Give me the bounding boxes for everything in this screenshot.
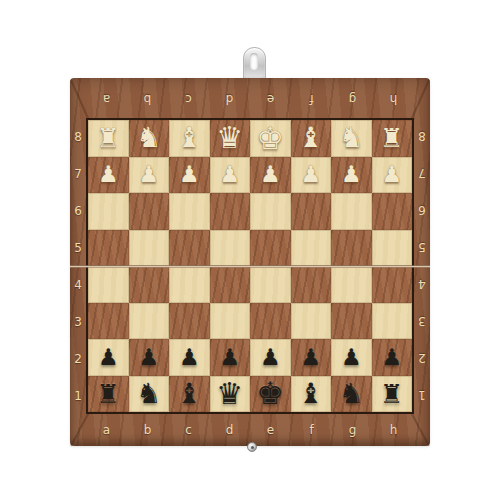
- piece-black-bishop-f1: ♝: [298, 380, 323, 408]
- piece-white-pawn-e7: ♟: [260, 163, 281, 186]
- file-label-top-h: h: [373, 86, 414, 112]
- file-label-bottom-a: a: [86, 418, 127, 442]
- square-h6[interactable]: [372, 193, 413, 230]
- square-c2[interactable]: ♟: [169, 339, 210, 376]
- top-clasp-hole: [250, 53, 258, 70]
- rank-label-right-1: 1: [414, 377, 430, 414]
- file-label-bottom-h: h: [373, 418, 414, 442]
- piece-black-rook-h1: ♜: [380, 381, 403, 407]
- chess-board: abcdefgh abcdefgh 87654321 87654321 ♜♞♝♛…: [70, 78, 430, 446]
- piece-black-pawn-h2: ♟: [381, 346, 402, 369]
- square-f7[interactable]: ♟: [291, 157, 332, 194]
- file-label-bottom-b: b: [127, 418, 168, 442]
- square-h4[interactable]: [372, 266, 413, 303]
- rank-label-right-3: 3: [414, 303, 430, 340]
- piece-black-pawn-e2: ♟: [260, 346, 281, 369]
- square-d2[interactable]: ♟: [210, 339, 251, 376]
- rank-label-right-8: 8: [414, 118, 430, 155]
- square-d8[interactable]: ♛: [210, 120, 251, 157]
- square-e3[interactable]: [250, 303, 291, 340]
- piece-white-rook-h8: ♜: [380, 125, 403, 151]
- square-b1[interactable]: ♞: [129, 376, 170, 413]
- rank-label-left-5: 5: [70, 229, 86, 266]
- square-d4[interactable]: [210, 266, 251, 303]
- square-h5[interactable]: [372, 230, 413, 267]
- square-a5[interactable]: [88, 230, 129, 267]
- square-b7[interactable]: ♟: [129, 157, 170, 194]
- product-photo: abcdefgh abcdefgh 87654321 87654321 ♜♞♝♛…: [0, 0, 500, 500]
- piece-white-pawn-g7: ♟: [341, 163, 362, 186]
- square-a8[interactable]: ♜: [88, 120, 129, 157]
- piece-white-king-e8: ♚: [256, 123, 284, 154]
- top-clasp: [243, 47, 266, 82]
- square-a3[interactable]: [88, 303, 129, 340]
- square-e4[interactable]: [250, 266, 291, 303]
- piece-black-pawn-f2: ♟: [300, 346, 321, 369]
- square-g4[interactable]: [331, 266, 372, 303]
- piece-white-bishop-f8: ♝: [298, 124, 323, 152]
- piece-white-queen-d8: ♛: [216, 123, 243, 153]
- file-labels-bottom: abcdefgh: [86, 418, 414, 442]
- square-e2[interactable]: ♟: [250, 339, 291, 376]
- piece-black-pawn-a2: ♟: [98, 346, 119, 369]
- square-f1[interactable]: ♝: [291, 376, 332, 413]
- square-b6[interactable]: [129, 193, 170, 230]
- square-f4[interactable]: [291, 266, 332, 303]
- rank-label-left-4: 4: [70, 266, 86, 303]
- square-c7[interactable]: ♟: [169, 157, 210, 194]
- file-label-top-e: e: [250, 86, 291, 112]
- piece-black-rook-a1: ♜: [97, 381, 120, 407]
- rank-label-left-3: 3: [70, 303, 86, 340]
- square-b3[interactable]: [129, 303, 170, 340]
- piece-black-king-e1: ♚: [256, 378, 284, 409]
- piece-white-pawn-b7: ♟: [138, 163, 159, 186]
- file-label-top-a: a: [86, 86, 127, 112]
- piece-white-knight-b8: ♞: [136, 124, 161, 152]
- file-labels-top: abcdefgh: [86, 86, 414, 112]
- square-c6[interactable]: [169, 193, 210, 230]
- square-b2[interactable]: ♟: [129, 339, 170, 376]
- rank-label-left-8: 8: [70, 118, 86, 155]
- rank-label-left-7: 7: [70, 155, 86, 192]
- piece-white-pawn-a7: ♟: [98, 163, 119, 186]
- fold-seam: [70, 265, 430, 268]
- file-label-top-f: f: [291, 86, 332, 112]
- file-label-top-g: g: [332, 86, 373, 112]
- square-f2[interactable]: ♟: [291, 339, 332, 376]
- square-e5[interactable]: [250, 230, 291, 267]
- piece-white-pawn-c7: ♟: [179, 163, 200, 186]
- rank-label-left-1: 1: [70, 377, 86, 414]
- square-d1[interactable]: ♛: [210, 376, 251, 413]
- square-g2[interactable]: ♟: [331, 339, 372, 376]
- square-a6[interactable]: [88, 193, 129, 230]
- rank-label-right-6: 6: [414, 192, 430, 229]
- piece-white-knight-g8: ♞: [339, 124, 364, 152]
- square-h7[interactable]: ♟: [372, 157, 413, 194]
- square-h8[interactable]: ♜: [372, 120, 413, 157]
- square-f6[interactable]: [291, 193, 332, 230]
- square-c4[interactable]: [169, 266, 210, 303]
- rank-label-left-6: 6: [70, 192, 86, 229]
- square-b5[interactable]: [129, 230, 170, 267]
- square-e8[interactable]: ♚: [250, 120, 291, 157]
- piece-white-pawn-d7: ♟: [219, 163, 240, 186]
- rank-label-right-2: 2: [414, 340, 430, 377]
- square-a4[interactable]: [88, 266, 129, 303]
- square-a7[interactable]: ♟: [88, 157, 129, 194]
- square-b4[interactable]: [129, 266, 170, 303]
- square-c3[interactable]: [169, 303, 210, 340]
- square-f8[interactable]: ♝: [291, 120, 332, 157]
- square-f5[interactable]: [291, 230, 332, 267]
- file-label-bottom-f: f: [291, 418, 332, 442]
- square-g3[interactable]: [331, 303, 372, 340]
- piece-white-rook-a8: ♜: [97, 125, 120, 151]
- square-a2[interactable]: ♟: [88, 339, 129, 376]
- square-a1[interactable]: ♜: [88, 376, 129, 413]
- square-d5[interactable]: [210, 230, 251, 267]
- square-f3[interactable]: [291, 303, 332, 340]
- square-d3[interactable]: [210, 303, 251, 340]
- piece-black-knight-b1: ♞: [136, 380, 161, 408]
- rank-label-right-7: 7: [414, 155, 430, 192]
- square-h2[interactable]: ♟: [372, 339, 413, 376]
- bottom-latch-knob: [247, 442, 257, 452]
- piece-black-pawn-b2: ♟: [138, 346, 159, 369]
- rank-label-right-5: 5: [414, 229, 430, 266]
- square-e7[interactable]: ♟: [250, 157, 291, 194]
- file-label-top-c: c: [168, 86, 209, 112]
- piece-white-pawn-h7: ♟: [381, 163, 402, 186]
- file-label-bottom-c: c: [168, 418, 209, 442]
- square-g6[interactable]: [331, 193, 372, 230]
- square-b8[interactable]: ♞: [129, 120, 170, 157]
- piece-black-pawn-g2: ♟: [341, 346, 362, 369]
- square-e6[interactable]: [250, 193, 291, 230]
- piece-white-bishop-c8: ♝: [177, 124, 202, 152]
- square-c1[interactable]: ♝: [169, 376, 210, 413]
- square-g5[interactable]: [331, 230, 372, 267]
- square-g7[interactable]: ♟: [331, 157, 372, 194]
- square-c5[interactable]: [169, 230, 210, 267]
- piece-black-bishop-c1: ♝: [177, 380, 202, 408]
- square-g8[interactable]: ♞: [331, 120, 372, 157]
- piece-black-queen-d1: ♛: [216, 379, 243, 409]
- piece-black-pawn-d2: ♟: [219, 346, 240, 369]
- piece-black-knight-g1: ♞: [339, 380, 364, 408]
- square-h3[interactable]: [372, 303, 413, 340]
- square-g1[interactable]: ♞: [331, 376, 372, 413]
- piece-black-pawn-c2: ♟: [179, 346, 200, 369]
- square-d6[interactable]: [210, 193, 251, 230]
- rank-label-left-2: 2: [70, 340, 86, 377]
- square-c8[interactable]: ♝: [169, 120, 210, 157]
- square-d7[interactable]: ♟: [210, 157, 251, 194]
- square-e1[interactable]: ♚: [250, 376, 291, 413]
- file-label-top-d: d: [209, 86, 250, 112]
- rank-label-right-4: 4: [414, 266, 430, 303]
- file-label-bottom-g: g: [332, 418, 373, 442]
- piece-white-pawn-f7: ♟: [300, 163, 321, 186]
- file-label-top-b: b: [127, 86, 168, 112]
- square-h1[interactable]: ♜: [372, 376, 413, 413]
- file-label-bottom-e: e: [250, 418, 291, 442]
- file-label-bottom-d: d: [209, 418, 250, 442]
